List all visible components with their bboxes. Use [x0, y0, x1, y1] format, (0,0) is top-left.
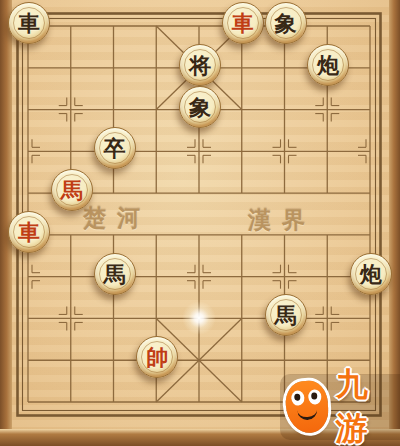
- piece-black-elephant[interactable]: 象: [179, 86, 221, 128]
- 9game-mascot-icon: [284, 380, 329, 435]
- piece-glyph: 象: [275, 12, 297, 34]
- piece-black-cannon[interactable]: 炮: [307, 44, 349, 86]
- piece-black-horse[interactable]: 馬: [265, 294, 307, 336]
- piece-red-chariot[interactable]: 車: [222, 2, 264, 44]
- piece-glyph: 車: [18, 12, 40, 34]
- piece-glyph: 卒: [104, 137, 126, 159]
- piece-black-general[interactable]: 将: [179, 44, 221, 86]
- mascot-eye-left: [291, 390, 305, 406]
- piece-black-cannon[interactable]: 炮: [350, 253, 392, 295]
- piece-red-horse[interactable]: 馬: [51, 169, 93, 211]
- piece-glyph: 車: [18, 221, 40, 243]
- mascot-eye-right: [308, 389, 322, 405]
- piece-black-elephant[interactable]: 象: [265, 2, 307, 44]
- piece-black-chariot[interactable]: 車: [8, 2, 50, 44]
- piece-black-soldier[interactable]: 卒: [94, 127, 136, 169]
- piece-glyph: 将: [189, 54, 211, 76]
- mascot-smile: [297, 406, 318, 420]
- river-label-chu-he: 楚河: [83, 203, 151, 234]
- 9game-watermark: 九游: [280, 374, 400, 440]
- piece-glyph: 馬: [104, 263, 126, 285]
- piece-glyph: 象: [189, 96, 211, 118]
- piece-black-horse[interactable]: 馬: [94, 253, 136, 295]
- piece-glyph: 車: [232, 12, 254, 34]
- 9game-logo-text: 九游: [336, 363, 400, 446]
- piece-glyph: 馬: [61, 179, 83, 201]
- piece-glyph: 馬: [275, 304, 297, 326]
- piece-glyph: 帥: [146, 346, 168, 368]
- river-label-han-jie: 漢界: [248, 205, 316, 236]
- piece-red-chariot[interactable]: 車: [8, 211, 50, 253]
- piece-glyph: 炮: [360, 263, 382, 285]
- piece-glyph: 炮: [317, 54, 339, 76]
- xiangqi-board: 楚河 漢界 車車象将炮象卒馬車馬炮馬帥 九游: [0, 0, 400, 446]
